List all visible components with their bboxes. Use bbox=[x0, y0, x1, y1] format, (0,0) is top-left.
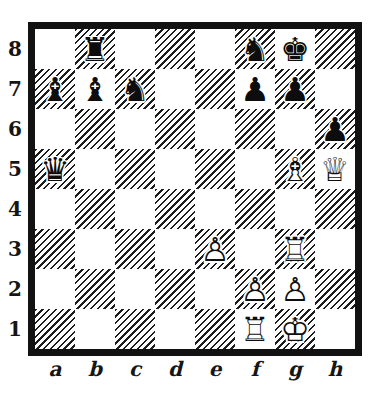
square-b7[interactable]: ♝ bbox=[75, 69, 115, 109]
rank-labels: 87654321 bbox=[3, 29, 27, 349]
square-f4[interactable] bbox=[235, 189, 275, 229]
white-queen-h5[interactable]: ♛♕ bbox=[315, 149, 355, 189]
rank-label-6: 6 bbox=[3, 109, 27, 149]
white-piece-outline: ♖ bbox=[275, 229, 315, 269]
square-h7[interactable] bbox=[315, 69, 355, 109]
white-piece-outline: ♖ bbox=[235, 309, 275, 349]
square-e2[interactable] bbox=[195, 269, 235, 309]
file-label-h: h bbox=[315, 357, 355, 381]
file-label-g: g bbox=[275, 357, 315, 381]
square-g6[interactable] bbox=[275, 109, 315, 149]
square-e3[interactable]: ♟♙ bbox=[195, 229, 235, 269]
square-g1[interactable]: ♚♔ bbox=[275, 309, 315, 349]
file-label-e: e bbox=[195, 357, 235, 381]
black-piece-glyph: ♝ bbox=[75, 69, 115, 109]
square-f8[interactable]: ♞ bbox=[235, 29, 275, 69]
square-c7[interactable]: ♞ bbox=[115, 69, 155, 109]
white-piece-outline: ♔ bbox=[275, 309, 315, 349]
square-e5[interactable] bbox=[195, 149, 235, 189]
black-queen-a5[interactable]: ♛ bbox=[35, 149, 75, 189]
square-e6[interactable] bbox=[195, 109, 235, 149]
white-pawn-g2[interactable]: ♟♙ bbox=[275, 269, 315, 309]
white-rook-f1[interactable]: ♜♖ bbox=[235, 309, 275, 349]
black-piece-glyph: ♟ bbox=[235, 69, 275, 109]
square-e4[interactable] bbox=[195, 189, 235, 229]
square-d6[interactable] bbox=[155, 109, 195, 149]
square-f1[interactable]: ♜♖ bbox=[235, 309, 275, 349]
white-bishop-g5[interactable]: ♝♗ bbox=[275, 149, 315, 189]
square-c4[interactable] bbox=[115, 189, 155, 229]
square-c3[interactable] bbox=[115, 229, 155, 269]
square-f2[interactable]: ♟♙ bbox=[235, 269, 275, 309]
square-c6[interactable] bbox=[115, 109, 155, 149]
square-d4[interactable] bbox=[155, 189, 195, 229]
file-labels: abcdefgh bbox=[35, 357, 355, 381]
file-label-c: c bbox=[115, 357, 155, 381]
square-a4[interactable] bbox=[35, 189, 75, 229]
black-bishop-b7[interactable]: ♝ bbox=[75, 69, 115, 109]
square-g4[interactable] bbox=[275, 189, 315, 229]
square-a1[interactable] bbox=[35, 309, 75, 349]
file-label-f: f bbox=[235, 357, 275, 381]
square-h4[interactable] bbox=[315, 189, 355, 229]
white-piece-outline: ♙ bbox=[195, 229, 235, 269]
rank-label-2: 2 bbox=[3, 269, 27, 309]
rank-label-7: 7 bbox=[3, 69, 27, 109]
black-rook-b8[interactable]: ♜ bbox=[75, 29, 115, 69]
chess-diagram: 87654321 ♜♞♚♝♝♞♟♟♟♛♝♗♛♕♟♙♜♖♟♙♟♙♜♖♚♔ abcd… bbox=[0, 0, 385, 407]
rank-label-4: 4 bbox=[3, 189, 27, 229]
black-knight-f8[interactable]: ♞ bbox=[235, 29, 275, 69]
white-piece-outline: ♙ bbox=[235, 269, 275, 309]
square-f3[interactable] bbox=[235, 229, 275, 269]
square-h1[interactable] bbox=[315, 309, 355, 349]
square-a2[interactable] bbox=[35, 269, 75, 309]
square-d1[interactable] bbox=[155, 309, 195, 349]
square-h6[interactable]: ♟ bbox=[315, 109, 355, 149]
square-d3[interactable] bbox=[155, 229, 195, 269]
square-c5[interactable] bbox=[115, 149, 155, 189]
square-b3[interactable] bbox=[75, 229, 115, 269]
black-king-g8[interactable]: ♚ bbox=[275, 29, 315, 69]
square-b8[interactable]: ♜ bbox=[75, 29, 115, 69]
white-king-g1[interactable]: ♚♔ bbox=[275, 309, 315, 349]
black-piece-glyph: ♜ bbox=[75, 29, 115, 69]
square-f6[interactable] bbox=[235, 109, 275, 149]
board: ♜♞♚♝♝♞♟♟♟♛♝♗♛♕♟♙♜♖♟♙♟♙♜♖♚♔ bbox=[28, 22, 362, 356]
square-b4[interactable] bbox=[75, 189, 115, 229]
square-f7[interactable]: ♟ bbox=[235, 69, 275, 109]
black-piece-glyph: ♛ bbox=[35, 149, 75, 189]
square-d2[interactable] bbox=[155, 269, 195, 309]
file-label-d: d bbox=[155, 357, 195, 381]
square-a6[interactable] bbox=[35, 109, 75, 149]
square-e1[interactable] bbox=[195, 309, 235, 349]
black-piece-glyph: ♟ bbox=[315, 109, 355, 149]
black-knight-c7[interactable]: ♞ bbox=[115, 69, 155, 109]
square-a3[interactable] bbox=[35, 229, 75, 269]
square-g8[interactable]: ♚ bbox=[275, 29, 315, 69]
black-piece-glyph: ♞ bbox=[235, 29, 275, 69]
square-e8[interactable] bbox=[195, 29, 235, 69]
square-b6[interactable] bbox=[75, 109, 115, 149]
square-a7[interactable]: ♝ bbox=[35, 69, 75, 109]
white-piece-outline: ♗ bbox=[275, 149, 315, 189]
file-label-a: a bbox=[35, 357, 75, 381]
square-d7[interactable] bbox=[155, 69, 195, 109]
file-label-b: b bbox=[75, 357, 115, 381]
black-piece-glyph: ♞ bbox=[115, 69, 155, 109]
black-pawn-g7[interactable]: ♟ bbox=[275, 69, 315, 109]
square-h8[interactable] bbox=[315, 29, 355, 69]
white-rook-g3[interactable]: ♜♖ bbox=[275, 229, 315, 269]
square-a5[interactable]: ♛ bbox=[35, 149, 75, 189]
square-g2[interactable]: ♟♙ bbox=[275, 269, 315, 309]
square-b2[interactable] bbox=[75, 269, 115, 309]
black-pawn-f7[interactable]: ♟ bbox=[235, 69, 275, 109]
white-pawn-f2[interactable]: ♟♙ bbox=[235, 269, 275, 309]
square-g5[interactable]: ♝♗ bbox=[275, 149, 315, 189]
square-e7[interactable] bbox=[195, 69, 235, 109]
square-h2[interactable] bbox=[315, 269, 355, 309]
white-piece-outline: ♕ bbox=[315, 149, 355, 189]
square-d5[interactable] bbox=[155, 149, 195, 189]
black-pawn-h6[interactable]: ♟ bbox=[315, 109, 355, 149]
rank-label-8: 8 bbox=[3, 29, 27, 69]
square-g7[interactable]: ♟ bbox=[275, 69, 315, 109]
square-g3[interactable]: ♜♖ bbox=[275, 229, 315, 269]
black-bishop-a7[interactable]: ♝ bbox=[35, 69, 75, 109]
square-h3[interactable] bbox=[315, 229, 355, 269]
white-piece-outline: ♙ bbox=[275, 269, 315, 309]
square-c2[interactable] bbox=[115, 269, 155, 309]
black-piece-glyph: ♟ bbox=[275, 69, 315, 109]
rank-label-3: 3 bbox=[3, 229, 27, 269]
square-c8[interactable] bbox=[115, 29, 155, 69]
square-h5[interactable]: ♛♕ bbox=[315, 149, 355, 189]
square-d8[interactable] bbox=[155, 29, 195, 69]
black-piece-glyph: ♚ bbox=[275, 29, 315, 69]
square-a8[interactable] bbox=[35, 29, 75, 69]
rank-label-5: 5 bbox=[3, 149, 27, 189]
square-b5[interactable] bbox=[75, 149, 115, 189]
white-pawn-e3[interactable]: ♟♙ bbox=[195, 229, 235, 269]
square-c1[interactable] bbox=[115, 309, 155, 349]
square-b1[interactable] bbox=[75, 309, 115, 349]
rank-label-1: 1 bbox=[3, 309, 27, 349]
square-f5[interactable] bbox=[235, 149, 275, 189]
black-piece-glyph: ♝ bbox=[35, 69, 75, 109]
